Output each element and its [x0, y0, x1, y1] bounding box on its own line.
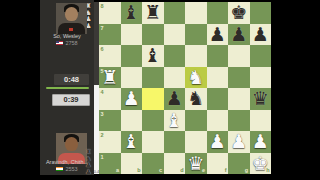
square-e7[interactable] — [185, 24, 207, 46]
players-sidebar: ♜♞♟♟ So, Wesley 2758 0:48 0:39 Aravindh,… — [40, 0, 94, 175]
white-pawn-f2: ♟ — [207, 131, 229, 153]
player-rating-top: 2758 — [65, 40, 77, 46]
clock-top-black: 0:48 — [54, 74, 89, 85]
square-c2[interactable] — [142, 131, 164, 153]
square-b8[interactable]: ♝ — [121, 2, 143, 24]
square-d6[interactable] — [164, 45, 186, 67]
square-f6[interactable] — [207, 45, 229, 67]
square-g6[interactable] — [228, 45, 250, 67]
square-d3[interactable]: ♝ — [164, 110, 186, 132]
square-b1[interactable]: b — [121, 153, 143, 175]
avatar-head — [65, 137, 78, 151]
square-c1[interactable]: c — [142, 153, 164, 175]
square-h5[interactable] — [250, 67, 272, 89]
square-f5[interactable] — [207, 67, 229, 89]
square-b3[interactable] — [121, 110, 143, 132]
black-pawn-g7: ♟ — [228, 24, 250, 46]
square-g5[interactable] — [228, 67, 250, 89]
square-b6[interactable] — [121, 45, 143, 67]
square-e1[interactable]: e♛ — [185, 153, 207, 175]
player-rating-row-top: 2758 — [40, 40, 94, 46]
square-h7[interactable]: ♟ — [250, 24, 272, 46]
square-a5[interactable]: 5♜ — [99, 67, 121, 89]
black-bishop-b8: ♝ — [121, 2, 143, 24]
white-rook-a5: ♜ — [99, 67, 121, 89]
square-e5[interactable]: ♞ — [185, 67, 207, 89]
square-b4[interactable]: ♟ — [121, 88, 143, 110]
white-bishop-b2: ♝ — [121, 131, 143, 153]
white-knight-e5: ♞ — [185, 67, 207, 89]
usa-flag-icon — [56, 41, 63, 46]
square-e2[interactable] — [185, 131, 207, 153]
square-f3[interactable] — [207, 110, 229, 132]
square-f7[interactable]: ♟ — [207, 24, 229, 46]
white-pawn-b4: ♟ — [121, 88, 143, 110]
rank-label-1: 1 — [101, 154, 104, 160]
rank-label-6: 6 — [101, 46, 104, 52]
square-g4[interactable] — [228, 88, 250, 110]
white-bishop-d3: ♝ — [164, 110, 186, 132]
captured-black-pawn-icon: ♟ — [85, 169, 91, 176]
white-queen-e1: ♛ — [185, 153, 207, 175]
square-g7[interactable]: ♟ — [228, 24, 250, 46]
active-turn-indicator — [46, 87, 89, 89]
square-e3[interactable] — [185, 110, 207, 132]
white-king-h1: ♚ — [250, 153, 272, 175]
file-label-g: g — [245, 167, 248, 173]
square-a6[interactable]: 6 — [99, 45, 121, 67]
square-a4[interactable]: 4 — [99, 88, 121, 110]
square-c8[interactable]: ♜ — [142, 2, 164, 24]
square-h1[interactable]: h♚ — [250, 153, 272, 175]
square-f4[interactable] — [207, 88, 229, 110]
clock-bottom-white: 0:39 — [52, 94, 90, 106]
black-pawn-d4: ♟ — [164, 88, 186, 110]
square-g1[interactable]: g — [228, 153, 250, 175]
black-bishop-c6: ♝ — [142, 45, 164, 67]
white-pawn-h2: ♟ — [250, 131, 272, 153]
square-d8[interactable] — [164, 2, 186, 24]
rank-label-8: 8 — [101, 3, 104, 9]
avatar-head — [65, 7, 78, 21]
square-c3[interactable] — [142, 110, 164, 132]
rank-label-7: 7 — [101, 25, 104, 31]
square-c6[interactable]: ♝ — [142, 45, 164, 67]
square-h3[interactable] — [250, 110, 272, 132]
square-a1[interactable]: 1a — [99, 153, 121, 175]
india-flag-icon — [56, 167, 63, 172]
square-c4[interactable] — [142, 88, 164, 110]
square-g3[interactable] — [228, 110, 250, 132]
square-f2[interactable]: ♟ — [207, 131, 229, 153]
square-b5[interactable] — [121, 67, 143, 89]
square-e4[interactable]: ♞ — [185, 88, 207, 110]
square-e6[interactable] — [185, 45, 207, 67]
file-label-c: c — [159, 167, 162, 173]
square-d4[interactable]: ♟ — [164, 88, 186, 110]
square-d2[interactable] — [164, 131, 186, 153]
square-a3[interactable]: 3 — [99, 110, 121, 132]
square-d5[interactable] — [164, 67, 186, 89]
square-h8[interactable] — [250, 2, 272, 24]
square-a7[interactable]: 7 — [99, 24, 121, 46]
square-b2[interactable]: ♝ — [121, 131, 143, 153]
black-queen-h4: ♛ — [250, 88, 272, 110]
square-b7[interactable] — [121, 24, 143, 46]
black-rook-c8: ♜ — [142, 2, 164, 24]
avatar-shirt-badge — [69, 28, 73, 31]
file-label-a: a — [116, 167, 119, 173]
broadcast-frame: ♜♞♟♟ So, Wesley 2758 0:48 0:39 Aravindh,… — [0, 0, 320, 180]
file-label-f: f — [225, 167, 227, 173]
captured-pieces-bottom: ♜♞♟♟ — [84, 149, 93, 175]
black-knight-e4: ♞ — [185, 88, 207, 110]
file-label-b: b — [137, 167, 140, 173]
square-h6[interactable] — [250, 45, 272, 67]
square-c7[interactable] — [142, 24, 164, 46]
square-f1[interactable]: f — [207, 153, 229, 175]
file-label-d: d — [180, 167, 183, 173]
player-avatar-top — [56, 3, 87, 34]
square-f8[interactable] — [207, 2, 229, 24]
square-g2[interactable]: ♟ — [228, 131, 250, 153]
rank-label-3: 3 — [101, 111, 104, 117]
white-pawn-g2: ♟ — [228, 131, 250, 153]
black-king-g8: ♚ — [228, 2, 250, 24]
square-d7[interactable] — [164, 24, 186, 46]
black-pawn-h7: ♟ — [250, 24, 272, 46]
rank-label-4: 4 — [101, 89, 104, 95]
square-e8[interactable] — [185, 2, 207, 24]
square-h2[interactable]: ♟ — [250, 131, 272, 153]
square-a8[interactable]: 8 — [99, 2, 121, 24]
square-c5[interactable] — [142, 67, 164, 89]
chess-board: 8♝♜♚7♟♟♟6♝5♜♞4♟♟♞♛3♝2♝♟♟♟1abcde♛fgh♚ — [99, 2, 271, 174]
player-rating-bottom: 2553 — [65, 166, 77, 172]
black-pawn-f7: ♟ — [207, 24, 229, 46]
rank-label-2: 2 — [101, 132, 104, 138]
player-name-top[interactable]: So, Wesley — [40, 33, 94, 39]
square-h4[interactable]: ♛ — [250, 88, 272, 110]
square-g8[interactable]: ♚ — [228, 2, 250, 24]
square-d1[interactable]: d — [164, 153, 186, 175]
square-a2[interactable]: 2 — [99, 131, 121, 153]
